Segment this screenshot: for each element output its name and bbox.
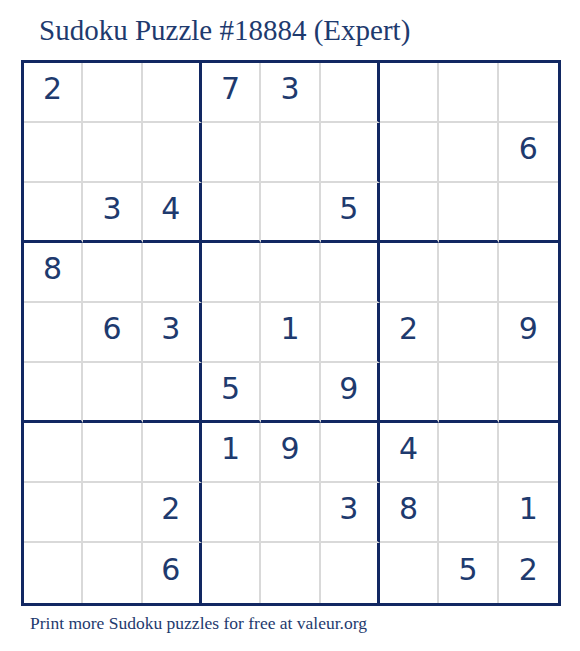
cell-r4c5 bbox=[261, 243, 320, 303]
page-title: Sudoku Puzzle #18884 (Expert) bbox=[39, 14, 410, 47]
cell-r9c8: 5 bbox=[439, 543, 498, 603]
cell-r4c8 bbox=[439, 243, 498, 303]
cell-r3c8 bbox=[439, 183, 498, 243]
sudoku-grid: 2736345863129591942381652 bbox=[21, 60, 561, 606]
cell-r1c5: 3 bbox=[261, 63, 320, 123]
cell-r2c2 bbox=[83, 123, 142, 183]
cell-r5c5: 1 bbox=[261, 303, 320, 363]
cell-r7c3 bbox=[143, 423, 202, 483]
cell-r9c5 bbox=[261, 543, 320, 603]
cell-r2c5 bbox=[261, 123, 320, 183]
cell-r8c4 bbox=[202, 483, 261, 543]
cell-r2c3 bbox=[143, 123, 202, 183]
cell-r6c3 bbox=[143, 363, 202, 423]
cell-r3c3: 4 bbox=[143, 183, 202, 243]
cell-r1c7 bbox=[380, 63, 439, 123]
cell-r3c5 bbox=[261, 183, 320, 243]
cell-r8c3: 2 bbox=[143, 483, 202, 543]
cell-r9c7 bbox=[380, 543, 439, 603]
cell-r4c1: 8 bbox=[24, 243, 83, 303]
cell-r6c6: 9 bbox=[321, 363, 380, 423]
cell-r9c2 bbox=[83, 543, 142, 603]
cell-r3c9 bbox=[499, 183, 558, 243]
cell-r5c8 bbox=[439, 303, 498, 363]
cell-r7c2 bbox=[83, 423, 142, 483]
cell-r2c8 bbox=[439, 123, 498, 183]
cell-r9c3: 6 bbox=[143, 543, 202, 603]
cell-r2c4 bbox=[202, 123, 261, 183]
cell-r8c2 bbox=[83, 483, 142, 543]
cell-r5c6 bbox=[321, 303, 380, 363]
cell-r7c1 bbox=[24, 423, 83, 483]
cell-r5c4 bbox=[202, 303, 261, 363]
cell-r6c7 bbox=[380, 363, 439, 423]
cell-r6c5 bbox=[261, 363, 320, 423]
cell-r3c4 bbox=[202, 183, 261, 243]
cell-r1c4: 7 bbox=[202, 63, 261, 123]
cell-r8c1 bbox=[24, 483, 83, 543]
cell-r4c3 bbox=[143, 243, 202, 303]
cell-r1c6 bbox=[321, 63, 380, 123]
cell-r3c1 bbox=[24, 183, 83, 243]
cell-r8c7: 8 bbox=[380, 483, 439, 543]
cell-r5c9: 9 bbox=[499, 303, 558, 363]
cell-r3c7 bbox=[380, 183, 439, 243]
cell-r5c2: 6 bbox=[83, 303, 142, 363]
cell-r4c7 bbox=[380, 243, 439, 303]
cell-r3c2: 3 bbox=[83, 183, 142, 243]
cell-r8c5 bbox=[261, 483, 320, 543]
cell-r4c9 bbox=[499, 243, 558, 303]
cell-r8c8 bbox=[439, 483, 498, 543]
cell-r7c5: 9 bbox=[261, 423, 320, 483]
cell-r7c8 bbox=[439, 423, 498, 483]
cell-r4c4 bbox=[202, 243, 261, 303]
cell-r9c1 bbox=[24, 543, 83, 603]
cell-r4c6 bbox=[321, 243, 380, 303]
cell-r5c7: 2 bbox=[380, 303, 439, 363]
cell-r4c2 bbox=[83, 243, 142, 303]
cell-r7c6 bbox=[321, 423, 380, 483]
cell-r1c3 bbox=[143, 63, 202, 123]
cell-r6c2 bbox=[83, 363, 142, 423]
cell-r2c1 bbox=[24, 123, 83, 183]
cell-r6c4: 5 bbox=[202, 363, 261, 423]
cell-r6c8 bbox=[439, 363, 498, 423]
cell-r3c6: 5 bbox=[321, 183, 380, 243]
cell-r8c9: 1 bbox=[499, 483, 558, 543]
cell-r7c7: 4 bbox=[380, 423, 439, 483]
cell-r9c9: 2 bbox=[499, 543, 558, 603]
cell-r7c9 bbox=[499, 423, 558, 483]
cell-r1c9 bbox=[499, 63, 558, 123]
cell-r1c1: 2 bbox=[24, 63, 83, 123]
cell-r2c6 bbox=[321, 123, 380, 183]
cell-r2c7 bbox=[380, 123, 439, 183]
footer-text: Print more Sudoku puzzles for free at va… bbox=[30, 613, 367, 634]
cell-r5c3: 3 bbox=[143, 303, 202, 363]
cell-r6c1 bbox=[24, 363, 83, 423]
cell-r7c4: 1 bbox=[202, 423, 261, 483]
cell-r9c6 bbox=[321, 543, 380, 603]
cell-r1c8 bbox=[439, 63, 498, 123]
cell-r9c4 bbox=[202, 543, 261, 603]
cell-r2c9: 6 bbox=[499, 123, 558, 183]
cell-r5c1 bbox=[24, 303, 83, 363]
cell-r1c2 bbox=[83, 63, 142, 123]
cell-r8c6: 3 bbox=[321, 483, 380, 543]
cell-r6c9 bbox=[499, 363, 558, 423]
